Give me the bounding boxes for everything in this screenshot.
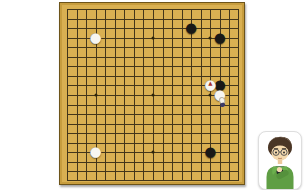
grid-line-vertical: [229, 9, 230, 181]
stone-white-D4[interactable]: ●: [89, 144, 103, 158]
go-board[interactable]: ●●●●●●●▲●: [59, 2, 245, 185]
stone-black-R16[interactable]: ●: [213, 30, 227, 44]
grid-line-horizontal: [67, 114, 239, 115]
stone-black-Q4[interactable]: ●: [203, 144, 217, 158]
stone-black-O17[interactable]: ●: [184, 20, 198, 34]
hand-cursor-sleeve: [219, 102, 225, 106]
grid-line-horizontal: [67, 124, 239, 125]
hoshi-star-point: [94, 94, 97, 97]
player-avatar-card: [258, 131, 302, 190]
grid-line-vertical: [182, 9, 183, 181]
grid-line-vertical: [163, 9, 164, 181]
player-avatar-icon: [259, 132, 301, 189]
hoshi-star-point: [152, 36, 155, 39]
hoshi-star-point: [152, 151, 155, 154]
hoshi-star-point: [209, 36, 212, 39]
stone-white-D16[interactable]: ●: [89, 30, 103, 44]
grid-line-horizontal: [67, 105, 239, 106]
hoshi-star-point: [152, 94, 155, 97]
grid-line-vertical: [201, 9, 202, 181]
hoshi-star-point: [209, 94, 212, 97]
grid-line-horizontal: [67, 133, 239, 134]
last-move-triangle-marker: ▲: [208, 81, 212, 87]
hand-cursor-icon: [217, 96, 226, 107]
grid-line-vertical: [238, 9, 239, 181]
grid-line-vertical: [172, 9, 173, 181]
game-screen: ●●●●●●●▲●: [0, 0, 304, 190]
go-board-grid[interactable]: ●●●●●●●▲●: [67, 9, 239, 181]
grid-line-horizontal: [67, 171, 239, 172]
grid-line-horizontal: [67, 162, 239, 163]
grid-line-horizontal: [67, 180, 239, 181]
